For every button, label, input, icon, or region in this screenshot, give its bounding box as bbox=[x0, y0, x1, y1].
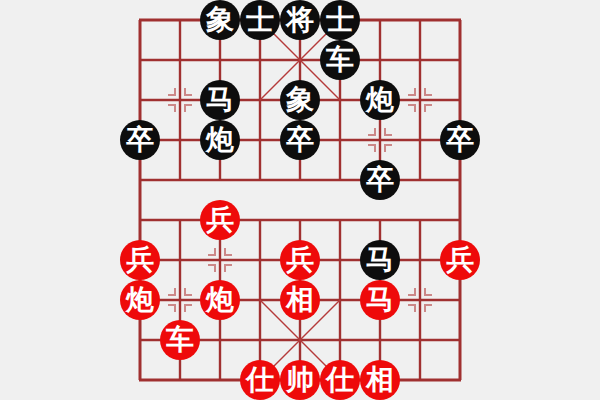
board-grid-lines bbox=[0, 0, 600, 400]
piece-black-advisor[interactable]: 士 bbox=[320, 0, 360, 40]
piece-black-soldier[interactable]: 卒 bbox=[360, 160, 400, 200]
piece-black-elephant[interactable]: 象 bbox=[200, 0, 240, 40]
piece-black-soldier[interactable]: 卒 bbox=[120, 120, 160, 160]
piece-red-horse[interactable]: 马 bbox=[360, 280, 400, 320]
piece-red-cannon[interactable]: 炮 bbox=[120, 280, 160, 320]
xiangqi-board: 象士将士车马象炮卒炮卒卒卒兵兵兵马兵炮炮相马车仕帅仕相 bbox=[0, 0, 600, 400]
piece-red-elephant[interactable]: 相 bbox=[280, 280, 320, 320]
piece-red-general[interactable]: 帅 bbox=[280, 360, 320, 400]
piece-red-soldier[interactable]: 兵 bbox=[280, 240, 320, 280]
piece-black-horse[interactable]: 马 bbox=[200, 80, 240, 120]
piece-black-cannon[interactable]: 炮 bbox=[360, 80, 400, 120]
piece-red-soldier[interactable]: 兵 bbox=[200, 200, 240, 240]
piece-red-advisor[interactable]: 仕 bbox=[240, 360, 280, 400]
piece-black-cannon[interactable]: 炮 bbox=[200, 120, 240, 160]
piece-red-advisor[interactable]: 仕 bbox=[320, 360, 360, 400]
piece-black-soldier[interactable]: 卒 bbox=[440, 120, 480, 160]
piece-black-chariot[interactable]: 车 bbox=[320, 40, 360, 80]
piece-red-soldier[interactable]: 兵 bbox=[120, 240, 160, 280]
piece-black-advisor[interactable]: 士 bbox=[240, 0, 280, 40]
piece-black-soldier[interactable]: 卒 bbox=[280, 120, 320, 160]
piece-black-elephant[interactable]: 象 bbox=[280, 80, 320, 120]
piece-red-soldier[interactable]: 兵 bbox=[440, 240, 480, 280]
piece-red-elephant[interactable]: 相 bbox=[360, 360, 400, 400]
piece-black-general[interactable]: 将 bbox=[280, 0, 320, 40]
piece-red-chariot[interactable]: 车 bbox=[160, 320, 200, 360]
piece-red-cannon[interactable]: 炮 bbox=[200, 280, 240, 320]
piece-black-horse[interactable]: 马 bbox=[360, 240, 400, 280]
